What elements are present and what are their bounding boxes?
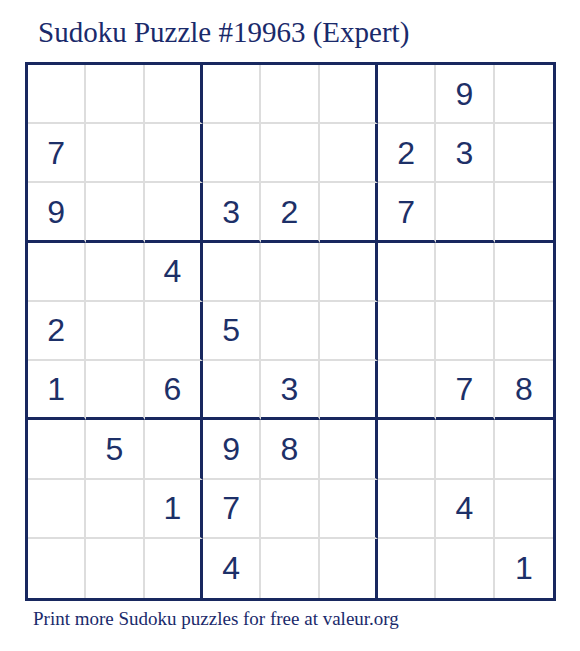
page-title: Sudoku Puzzle #19963 (Expert) xyxy=(38,16,409,49)
sudoku-cell-r5c1: 2 xyxy=(28,302,86,361)
sudoku-cell-r8c5 xyxy=(261,480,319,539)
sudoku-cell-r5c4: 5 xyxy=(203,302,261,361)
sudoku-cell-r7c8 xyxy=(436,420,494,479)
sudoku-cell-r1c5 xyxy=(261,65,319,124)
sudoku-cell-r1c2 xyxy=(86,65,144,124)
sudoku-cell-r6c9: 8 xyxy=(495,361,553,420)
sudoku-cell-r1c1 xyxy=(28,65,86,124)
sudoku-cell-r1c7 xyxy=(378,65,436,124)
sudoku-cell-r7c6 xyxy=(320,420,378,479)
sudoku-cell-r1c9 xyxy=(495,65,553,124)
sudoku-cell-r2c2 xyxy=(86,124,144,183)
sudoku-cell-r2c3 xyxy=(145,124,203,183)
sudoku-cell-r3c8 xyxy=(436,183,494,242)
sudoku-cell-r7c9 xyxy=(495,420,553,479)
sudoku-cell-r6c6 xyxy=(320,361,378,420)
sudoku-cell-r5c9 xyxy=(495,302,553,361)
sudoku-cell-r5c2 xyxy=(86,302,144,361)
sudoku-cell-r1c4 xyxy=(203,65,261,124)
sudoku-cell-r1c3 xyxy=(145,65,203,124)
sudoku-cell-r8c3: 1 xyxy=(145,480,203,539)
sudoku-cell-r5c6 xyxy=(320,302,378,361)
sudoku-cell-r4c7 xyxy=(378,243,436,302)
sudoku-cell-r2c4 xyxy=(203,124,261,183)
sudoku-cell-r7c1 xyxy=(28,420,86,479)
sudoku-cell-r3c1: 9 xyxy=(28,183,86,242)
sudoku-board: 972393274251637859817441 xyxy=(25,62,556,601)
sudoku-cell-r8c6 xyxy=(320,480,378,539)
sudoku-cell-r3c3 xyxy=(145,183,203,242)
sudoku-cell-r9c1 xyxy=(28,539,86,598)
sudoku-cell-r2c8: 3 xyxy=(436,124,494,183)
sudoku-cell-r5c8 xyxy=(436,302,494,361)
sudoku-cell-r7c4: 9 xyxy=(203,420,261,479)
sudoku-cell-r4c1 xyxy=(28,243,86,302)
sudoku-cell-r3c6 xyxy=(320,183,378,242)
sudoku-cell-r7c7 xyxy=(378,420,436,479)
sudoku-cell-r8c2 xyxy=(86,480,144,539)
footer-text: Print more Sudoku puzzles for free at va… xyxy=(33,608,399,630)
sudoku-cell-r4c6 xyxy=(320,243,378,302)
sudoku-cell-r5c5 xyxy=(261,302,319,361)
sudoku-cell-r6c7 xyxy=(378,361,436,420)
sudoku-cell-r3c9 xyxy=(495,183,553,242)
sudoku-page: Sudoku Puzzle #19963 (Expert) 9723932742… xyxy=(0,0,580,651)
sudoku-cell-r9c3 xyxy=(145,539,203,598)
sudoku-cell-r8c1 xyxy=(28,480,86,539)
sudoku-cell-r1c6 xyxy=(320,65,378,124)
sudoku-cell-r3c7: 7 xyxy=(378,183,436,242)
sudoku-cell-r4c4 xyxy=(203,243,261,302)
sudoku-cell-r4c9 xyxy=(495,243,553,302)
sudoku-cell-r7c3 xyxy=(145,420,203,479)
sudoku-cell-r5c7 xyxy=(378,302,436,361)
sudoku-cell-r9c4: 4 xyxy=(203,539,261,598)
sudoku-cell-r6c5: 3 xyxy=(261,361,319,420)
sudoku-cell-r9c9: 1 xyxy=(495,539,553,598)
sudoku-cell-r3c5: 2 xyxy=(261,183,319,242)
sudoku-cell-r6c4 xyxy=(203,361,261,420)
sudoku-cell-r6c1: 1 xyxy=(28,361,86,420)
sudoku-cell-r8c7 xyxy=(378,480,436,539)
sudoku-cell-r9c2 xyxy=(86,539,144,598)
sudoku-cell-r6c8: 7 xyxy=(436,361,494,420)
sudoku-cell-r3c4: 3 xyxy=(203,183,261,242)
sudoku-cell-r4c8 xyxy=(436,243,494,302)
sudoku-cell-r2c1: 7 xyxy=(28,124,86,183)
sudoku-cell-r9c5 xyxy=(261,539,319,598)
sudoku-cell-r8c4: 7 xyxy=(203,480,261,539)
sudoku-cell-r8c8: 4 xyxy=(436,480,494,539)
sudoku-cell-r9c8 xyxy=(436,539,494,598)
sudoku-cell-r1c8: 9 xyxy=(436,65,494,124)
sudoku-cell-r8c9 xyxy=(495,480,553,539)
sudoku-cell-r7c5: 8 xyxy=(261,420,319,479)
sudoku-cell-r3c2 xyxy=(86,183,144,242)
sudoku-cell-r6c2 xyxy=(86,361,144,420)
sudoku-cell-r2c7: 2 xyxy=(378,124,436,183)
sudoku-cell-r2c6 xyxy=(320,124,378,183)
sudoku-cell-r9c6 xyxy=(320,539,378,598)
sudoku-cell-r2c9 xyxy=(495,124,553,183)
sudoku-cell-r7c2: 5 xyxy=(86,420,144,479)
sudoku-cell-r4c3: 4 xyxy=(145,243,203,302)
sudoku-cell-r2c5 xyxy=(261,124,319,183)
sudoku-cell-r4c2 xyxy=(86,243,144,302)
sudoku-cell-r9c7 xyxy=(378,539,436,598)
sudoku-cell-r6c3: 6 xyxy=(145,361,203,420)
sudoku-cell-r5c3 xyxy=(145,302,203,361)
sudoku-cell-r4c5 xyxy=(261,243,319,302)
